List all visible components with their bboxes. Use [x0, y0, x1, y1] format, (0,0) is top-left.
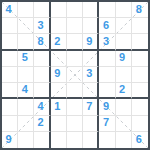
cell-r2c9[interactable]	[132, 18, 148, 34]
cell-r2c3[interactable]: 3	[34, 18, 50, 34]
cell-r3c2[interactable]	[18, 34, 34, 50]
cell-r5c9[interactable]	[132, 67, 148, 83]
cell-r3c5[interactable]	[67, 34, 83, 50]
cell-r6c4[interactable]	[51, 83, 67, 99]
cell-r5c1[interactable]	[2, 67, 18, 83]
cell-r2c4[interactable]	[51, 18, 67, 34]
cell-r4c2[interactable]: 5	[18, 51, 34, 67]
cell-r4c7[interactable]	[99, 51, 115, 67]
cell-r4c1[interactable]	[2, 51, 18, 67]
cell-r6c8[interactable]: 2	[116, 83, 132, 99]
cell-r4c9[interactable]	[132, 51, 148, 67]
cell-r8c3[interactable]: 2	[34, 116, 50, 132]
sudoku-board: 4836829359934241792796	[0, 0, 150, 150]
cell-r9c9[interactable]: 6	[132, 132, 148, 148]
cell-r6c2[interactable]: 4	[18, 83, 34, 99]
cell-r4c6[interactable]	[83, 51, 99, 67]
cell-r8c5[interactable]	[67, 116, 83, 132]
cell-r8c2[interactable]	[18, 116, 34, 132]
cell-r9c8[interactable]	[116, 132, 132, 148]
cell-r3c1[interactable]	[2, 34, 18, 50]
cell-r9c2[interactable]	[18, 132, 34, 148]
cell-r1c4[interactable]	[51, 2, 67, 18]
cell-r5c7[interactable]	[99, 67, 115, 83]
cell-r7c3[interactable]: 4	[34, 99, 50, 115]
cell-r1c5[interactable]	[67, 2, 83, 18]
cell-r1c1[interactable]: 4	[2, 2, 18, 18]
cell-r4c5[interactable]	[67, 51, 83, 67]
cell-r9c1[interactable]: 9	[2, 132, 18, 148]
cell-r8c4[interactable]	[51, 116, 67, 132]
cell-r9c4[interactable]	[51, 132, 67, 148]
cell-r4c4[interactable]	[51, 51, 67, 67]
cell-r3c9[interactable]	[132, 34, 148, 50]
cell-r7c7[interactable]: 9	[99, 99, 115, 115]
cell-r4c3[interactable]	[34, 51, 50, 67]
cell-grid: 4836829359934241792796	[2, 2, 148, 148]
cell-r2c5[interactable]	[67, 18, 83, 34]
cell-r8c6[interactable]	[83, 116, 99, 132]
cell-r5c2[interactable]	[18, 67, 34, 83]
cell-r2c8[interactable]	[116, 18, 132, 34]
cell-r7c6[interactable]: 7	[83, 99, 99, 115]
cell-r8c7[interactable]: 7	[99, 116, 115, 132]
cell-r2c2[interactable]	[18, 18, 34, 34]
cell-r6c5[interactable]	[67, 83, 83, 99]
cell-r2c7[interactable]: 6	[99, 18, 115, 34]
cell-r1c9[interactable]: 8	[132, 2, 148, 18]
cell-r5c8[interactable]	[116, 67, 132, 83]
cell-r7c4[interactable]: 1	[51, 99, 67, 115]
cell-r3c6[interactable]: 9	[83, 34, 99, 50]
cell-r5c3[interactable]	[34, 67, 50, 83]
cell-r8c9[interactable]	[132, 116, 148, 132]
cell-r1c8[interactable]	[116, 2, 132, 18]
cell-r6c6[interactable]	[83, 83, 99, 99]
cell-r6c9[interactable]	[132, 83, 148, 99]
cell-r5c4[interactable]: 9	[51, 67, 67, 83]
cell-r1c6[interactable]	[83, 2, 99, 18]
cell-r5c5[interactable]	[67, 67, 83, 83]
cell-r1c3[interactable]	[34, 2, 50, 18]
cell-r1c2[interactable]	[18, 2, 34, 18]
cell-r3c3[interactable]: 8	[34, 34, 50, 50]
cell-r8c8[interactable]	[116, 116, 132, 132]
cell-r7c5[interactable]	[67, 99, 83, 115]
cell-r6c7[interactable]	[99, 83, 115, 99]
cell-r9c5[interactable]	[67, 132, 83, 148]
cell-r5c6[interactable]: 3	[83, 67, 99, 83]
cell-r3c7[interactable]: 3	[99, 34, 115, 50]
cell-r6c1[interactable]	[2, 83, 18, 99]
cell-r3c8[interactable]	[116, 34, 132, 50]
cell-r1c7[interactable]	[99, 2, 115, 18]
page: 4836829359934241792796	[0, 0, 150, 150]
cell-r7c8[interactable]	[116, 99, 132, 115]
cell-r9c3[interactable]	[34, 132, 50, 148]
cell-r6c3[interactable]	[34, 83, 50, 99]
cell-r9c7[interactable]	[99, 132, 115, 148]
cell-r9c6[interactable]	[83, 132, 99, 148]
cell-r2c1[interactable]	[2, 18, 18, 34]
cell-r7c9[interactable]	[132, 99, 148, 115]
cell-r7c2[interactable]	[18, 99, 34, 115]
cell-r4c8[interactable]: 9	[116, 51, 132, 67]
cell-r8c1[interactable]	[2, 116, 18, 132]
cell-r3c4[interactable]: 2	[51, 34, 67, 50]
cell-r2c6[interactable]	[83, 18, 99, 34]
cell-r7c1[interactable]	[2, 99, 18, 115]
